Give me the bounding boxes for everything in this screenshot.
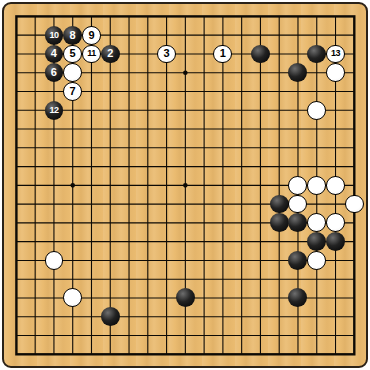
move-number-label: 9 <box>88 29 94 40</box>
stone-white[interactable] <box>345 195 364 214</box>
stone-black-move-10[interactable]: 10 <box>45 26 64 45</box>
stone-white-move-11[interactable]: 11 <box>82 45 101 64</box>
board-intersections[interactable]: 10894511231136712 <box>7 7 364 364</box>
stone-black[interactable] <box>101 307 120 326</box>
stone-white[interactable] <box>307 251 326 270</box>
move-number-label: 12 <box>50 105 59 114</box>
move-number-label: 10 <box>50 30 59 39</box>
go-board: 10894511231136712 <box>2 2 368 368</box>
stone-black[interactable] <box>326 232 345 251</box>
stone-black-move-12[interactable]: 12 <box>45 101 64 120</box>
stone-white[interactable] <box>326 176 345 195</box>
stone-white-move-5[interactable]: 5 <box>63 45 82 64</box>
stone-black-move-4[interactable]: 4 <box>45 45 64 64</box>
stone-black[interactable] <box>288 213 307 232</box>
move-number-label: 6 <box>51 67 57 78</box>
stone-white[interactable] <box>326 63 345 82</box>
move-number-label: 8 <box>70 29 76 40</box>
move-number-label: 5 <box>70 48 76 59</box>
stone-black[interactable] <box>270 213 289 232</box>
stone-black[interactable] <box>270 195 289 214</box>
stone-black[interactable] <box>176 288 195 307</box>
move-number-label: 11 <box>87 49 95 58</box>
stone-black[interactable] <box>288 251 307 270</box>
stone-white[interactable] <box>307 101 326 120</box>
stone-white[interactable] <box>307 176 326 195</box>
move-number-label: 7 <box>70 85 76 96</box>
stone-black-move-6[interactable]: 6 <box>45 63 64 82</box>
move-number-label: 13 <box>331 49 340 58</box>
move-number-label: 2 <box>107 48 113 59</box>
move-number-label: 1 <box>220 48 226 59</box>
stone-white[interactable] <box>63 63 82 82</box>
stone-white-move-7[interactable]: 7 <box>63 82 82 101</box>
stone-white[interactable] <box>45 251 64 270</box>
move-number-label: 4 <box>51 48 57 59</box>
stone-white-move-3[interactable]: 3 <box>157 45 176 64</box>
stone-black-move-2[interactable]: 2 <box>101 45 120 64</box>
stone-white[interactable] <box>307 213 326 232</box>
stone-white-move-1[interactable]: 1 <box>213 45 232 64</box>
move-number-label: 3 <box>163 48 169 59</box>
stone-white[interactable] <box>288 195 307 214</box>
stone-black[interactable] <box>288 288 307 307</box>
stone-black[interactable] <box>251 45 270 64</box>
stone-white[interactable] <box>326 213 345 232</box>
stone-white-move-9[interactable]: 9 <box>82 26 101 45</box>
stone-black-move-8[interactable]: 8 <box>63 26 82 45</box>
stone-black[interactable] <box>307 45 326 64</box>
stone-white-move-13[interactable]: 13 <box>326 45 345 64</box>
stone-black[interactable] <box>307 232 326 251</box>
stone-black[interactable] <box>288 63 307 82</box>
stone-white[interactable] <box>63 288 82 307</box>
stone-white[interactable] <box>288 176 307 195</box>
